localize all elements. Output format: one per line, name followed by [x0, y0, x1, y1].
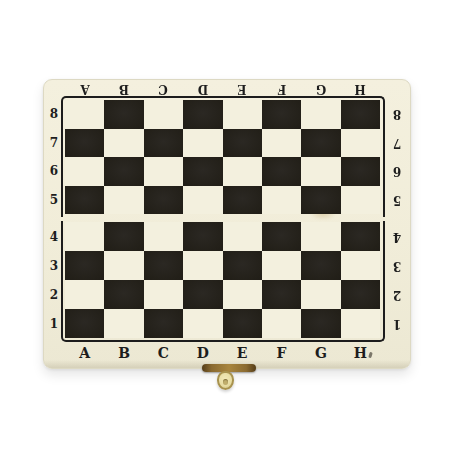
square-f4[interactable]	[262, 222, 301, 251]
square-h4[interactable]	[341, 222, 380, 251]
square-b3[interactable]	[104, 251, 143, 280]
square-f7[interactable]	[262, 129, 301, 158]
square-h8[interactable]	[341, 100, 380, 129]
square-g1[interactable]	[301, 309, 340, 338]
file-label-top-a: A	[74, 83, 96, 95]
rank-label-right-8: 8	[387, 108, 407, 120]
square-h5[interactable]	[341, 186, 380, 215]
file-label-bottom-a: A	[74, 346, 96, 360]
file-label-bottom-d: D	[192, 346, 214, 360]
square-a7[interactable]	[65, 129, 104, 158]
square-f6[interactable]	[262, 157, 301, 186]
rank-label-left-2: 2	[44, 289, 64, 301]
file-label-bottom-f: F	[271, 346, 293, 360]
square-d5[interactable]	[183, 186, 222, 215]
rank-label-left-1: 1	[44, 318, 64, 330]
file-label-bottom-g: G	[310, 346, 332, 360]
square-g8[interactable]	[301, 100, 340, 129]
square-d3[interactable]	[183, 251, 222, 280]
rank-label-left-3: 3	[44, 260, 64, 272]
brass-latch-loop	[217, 371, 234, 390]
square-c8[interactable]	[144, 100, 183, 129]
square-d1[interactable]	[183, 309, 222, 338]
square-c5[interactable]	[144, 186, 183, 215]
square-g2[interactable]	[301, 280, 340, 309]
file-label-top-d: D	[192, 83, 214, 95]
file-label-top-e: E	[231, 83, 253, 95]
square-e8[interactable]	[223, 100, 262, 129]
square-e4[interactable]	[223, 222, 262, 251]
square-b1[interactable]	[104, 309, 143, 338]
square-b8[interactable]	[104, 100, 143, 129]
rank-label-right-7: 7	[387, 137, 407, 149]
rank-label-right-3: 3	[387, 260, 407, 272]
square-h1[interactable]	[341, 309, 380, 338]
square-c1[interactable]	[144, 309, 183, 338]
square-b2[interactable]	[104, 280, 143, 309]
rank-label-right-2: 2	[387, 289, 407, 301]
square-e1[interactable]	[223, 309, 262, 338]
square-b6[interactable]	[104, 157, 143, 186]
file-label-bottom-b: B	[113, 346, 135, 360]
square-h2[interactable]	[341, 280, 380, 309]
square-e6[interactable]	[223, 157, 262, 186]
rank-label-left-7: 7	[44, 137, 64, 149]
rank-label-right-5: 5	[387, 194, 407, 206]
square-d4[interactable]	[183, 222, 222, 251]
square-g6[interactable]	[301, 157, 340, 186]
square-a4[interactable]	[65, 222, 104, 251]
square-a6[interactable]	[65, 157, 104, 186]
square-a3[interactable]	[65, 251, 104, 280]
product-photo: AABBCCDDEEFFGGHH8877665544332211	[0, 0, 450, 450]
rank-label-left-6: 6	[44, 165, 64, 177]
square-d8[interactable]	[183, 100, 222, 129]
square-c3[interactable]	[144, 251, 183, 280]
rank-label-right-1: 1	[387, 318, 407, 330]
square-f5[interactable]	[262, 186, 301, 215]
rank-label-left-8: 8	[44, 108, 64, 120]
rank-label-right-6: 6	[387, 165, 407, 177]
square-e5[interactable]	[223, 186, 262, 215]
square-c2[interactable]	[144, 280, 183, 309]
square-b7[interactable]	[104, 129, 143, 158]
square-d7[interactable]	[183, 129, 222, 158]
square-c4[interactable]	[144, 222, 183, 251]
square-f8[interactable]	[262, 100, 301, 129]
square-g4[interactable]	[301, 222, 340, 251]
square-h3[interactable]	[341, 251, 380, 280]
square-h6[interactable]	[341, 157, 380, 186]
square-a5[interactable]	[65, 186, 104, 215]
rank-label-left-4: 4	[44, 231, 64, 243]
square-a8[interactable]	[65, 100, 104, 129]
file-label-bottom-h: H	[349, 346, 371, 360]
rank-label-right-4: 4	[387, 231, 407, 243]
square-g5[interactable]	[301, 186, 340, 215]
square-g3[interactable]	[301, 251, 340, 280]
square-h7[interactable]	[341, 129, 380, 158]
square-g7[interactable]	[301, 129, 340, 158]
square-b5[interactable]	[104, 186, 143, 215]
square-c6[interactable]	[144, 157, 183, 186]
square-b4[interactable]	[104, 222, 143, 251]
file-label-top-c: C	[152, 83, 174, 95]
file-label-bottom-e: E	[231, 346, 253, 360]
file-label-top-b: B	[113, 83, 135, 95]
square-d2[interactable]	[183, 280, 222, 309]
square-f1[interactable]	[262, 309, 301, 338]
square-f2[interactable]	[262, 280, 301, 309]
file-label-bottom-c: C	[152, 346, 174, 360]
file-label-top-f: F	[271, 83, 293, 95]
square-d6[interactable]	[183, 157, 222, 186]
square-e2[interactable]	[223, 280, 262, 309]
square-a1[interactable]	[65, 309, 104, 338]
square-f3[interactable]	[262, 251, 301, 280]
file-label-top-h: H	[349, 83, 371, 95]
rank-label-left-5: 5	[44, 194, 64, 206]
square-a2[interactable]	[65, 280, 104, 309]
square-c7[interactable]	[144, 129, 183, 158]
file-label-top-g: G	[310, 83, 332, 95]
square-e7[interactable]	[223, 129, 262, 158]
square-e3[interactable]	[223, 251, 262, 280]
